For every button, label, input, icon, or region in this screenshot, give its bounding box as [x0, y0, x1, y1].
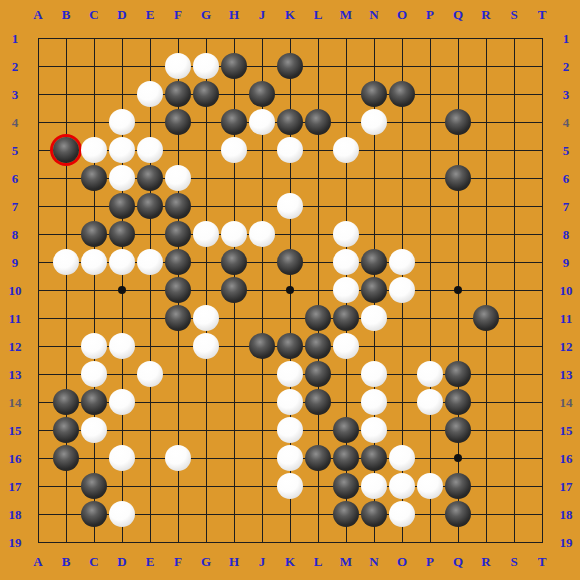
row-label-14: 14 [560, 396, 573, 409]
row-label-17: 17 [560, 480, 573, 493]
column-label-M: M [340, 8, 352, 21]
white-stone-F2[interactable] [165, 53, 191, 79]
column-label-T: T [538, 8, 547, 21]
black-stone-H10[interactable] [221, 277, 247, 303]
white-stone-N13[interactable] [361, 361, 387, 387]
row-label-15: 15 [9, 424, 22, 437]
white-stone-N17[interactable] [361, 473, 387, 499]
white-stone-G11[interactable] [193, 305, 219, 331]
column-label-O: O [397, 555, 407, 568]
black-stone-N10[interactable] [361, 277, 387, 303]
white-stone-C12[interactable] [81, 333, 107, 359]
column-label-H: H [229, 555, 239, 568]
white-stone-C13[interactable] [81, 361, 107, 387]
column-label-L: L [314, 8, 323, 21]
white-stone-C15[interactable] [81, 417, 107, 443]
black-stone-N18[interactable] [361, 501, 387, 527]
column-label-Q: Q [453, 8, 463, 21]
white-stone-O17[interactable] [389, 473, 415, 499]
row-label-16: 16 [9, 452, 22, 465]
row-label-4: 4 [12, 116, 19, 129]
black-stone-B5[interactable] [53, 137, 79, 163]
black-stone-C14[interactable] [81, 389, 107, 415]
white-stone-C5[interactable] [81, 137, 107, 163]
black-stone-Q4[interactable] [445, 109, 471, 135]
white-stone-M12[interactable] [333, 333, 359, 359]
row-label-3: 3 [12, 88, 19, 101]
row-label-5: 5 [563, 144, 570, 157]
white-stone-D9[interactable] [109, 249, 135, 275]
black-stone-R11[interactable] [473, 305, 499, 331]
black-stone-E6[interactable] [137, 165, 163, 191]
black-stone-L4[interactable] [305, 109, 331, 135]
white-stone-K5[interactable] [277, 137, 303, 163]
column-label-S: S [510, 555, 517, 568]
row-label-10: 10 [9, 284, 22, 297]
column-label-Q: Q [453, 555, 463, 568]
white-stone-D4[interactable] [109, 109, 135, 135]
white-stone-O9[interactable] [389, 249, 415, 275]
white-stone-E5[interactable] [137, 137, 163, 163]
row-label-9: 9 [12, 256, 19, 269]
column-label-J: J [259, 8, 266, 21]
hoshi-K10 [286, 286, 294, 294]
column-label-A: A [33, 8, 42, 21]
row-label-12: 12 [9, 340, 22, 353]
black-stone-F7[interactable] [165, 193, 191, 219]
black-stone-J12[interactable] [249, 333, 275, 359]
row-label-14: 14 [9, 396, 22, 409]
row-label-17: 17 [9, 480, 22, 493]
column-label-D: D [117, 8, 126, 21]
white-stone-D5[interactable] [109, 137, 135, 163]
black-stone-K12[interactable] [277, 333, 303, 359]
row-label-10: 10 [560, 284, 573, 297]
black-stone-L11[interactable] [305, 305, 331, 331]
white-stone-N11[interactable] [361, 305, 387, 331]
white-stone-K17[interactable] [277, 473, 303, 499]
white-stone-K15[interactable] [277, 417, 303, 443]
column-label-N: N [369, 8, 378, 21]
white-stone-H8[interactable] [221, 221, 247, 247]
white-stone-D12[interactable] [109, 333, 135, 359]
row-label-7: 7 [12, 200, 19, 213]
white-stone-F6[interactable] [165, 165, 191, 191]
black-stone-D7[interactable] [109, 193, 135, 219]
row-label-15: 15 [560, 424, 573, 437]
column-label-E: E [146, 555, 155, 568]
black-stone-B14[interactable] [53, 389, 79, 415]
black-stone-M16[interactable] [333, 445, 359, 471]
white-stone-B9[interactable] [53, 249, 79, 275]
black-stone-E7[interactable] [137, 193, 163, 219]
white-stone-N15[interactable] [361, 417, 387, 443]
white-stone-O16[interactable] [389, 445, 415, 471]
black-stone-Q13[interactable] [445, 361, 471, 387]
column-label-P: P [426, 8, 434, 21]
row-label-5: 5 [12, 144, 19, 157]
black-stone-C6[interactable] [81, 165, 107, 191]
column-label-M: M [340, 555, 352, 568]
row-label-2: 2 [12, 60, 19, 73]
column-label-C: C [89, 555, 98, 568]
row-label-12: 12 [560, 340, 573, 353]
black-stone-B15[interactable] [53, 417, 79, 443]
white-stone-G12[interactable] [193, 333, 219, 359]
black-stone-Q17[interactable] [445, 473, 471, 499]
white-stone-P17[interactable] [417, 473, 443, 499]
white-stone-K7[interactable] [277, 193, 303, 219]
hoshi-Q10 [454, 286, 462, 294]
column-label-F: F [174, 8, 182, 21]
black-stone-Q15[interactable] [445, 417, 471, 443]
column-label-P: P [426, 555, 434, 568]
black-stone-H4[interactable] [221, 109, 247, 135]
white-stone-P14[interactable] [417, 389, 443, 415]
column-label-L: L [314, 555, 323, 568]
white-stone-C9[interactable] [81, 249, 107, 275]
black-stone-O3[interactable] [389, 81, 415, 107]
black-stone-K2[interactable] [277, 53, 303, 79]
white-stone-M9[interactable] [333, 249, 359, 275]
column-label-J: J [259, 555, 266, 568]
column-label-H: H [229, 8, 239, 21]
black-stone-C18[interactable] [81, 501, 107, 527]
row-label-11: 11 [560, 312, 572, 325]
white-stone-G8[interactable] [193, 221, 219, 247]
black-stone-H2[interactable] [221, 53, 247, 79]
white-stone-F16[interactable] [165, 445, 191, 471]
row-label-8: 8 [563, 228, 570, 241]
hoshi-D10 [118, 286, 126, 294]
column-label-T: T [538, 555, 547, 568]
black-stone-F4[interactable] [165, 109, 191, 135]
black-stone-M15[interactable] [333, 417, 359, 443]
column-label-D: D [117, 555, 126, 568]
black-stone-K9[interactable] [277, 249, 303, 275]
white-stone-O18[interactable] [389, 501, 415, 527]
white-stone-E3[interactable] [137, 81, 163, 107]
black-stone-Q6[interactable] [445, 165, 471, 191]
white-stone-J8[interactable] [249, 221, 275, 247]
column-label-K: K [285, 8, 295, 21]
black-stone-F3[interactable] [165, 81, 191, 107]
row-label-18: 18 [9, 508, 22, 521]
black-stone-Q14[interactable] [445, 389, 471, 415]
white-stone-M5[interactable] [333, 137, 359, 163]
white-stone-D18[interactable] [109, 501, 135, 527]
white-stone-M8[interactable] [333, 221, 359, 247]
row-label-7: 7 [563, 200, 570, 213]
black-stone-L14[interactable] [305, 389, 331, 415]
column-label-G: G [201, 555, 211, 568]
black-stone-H9[interactable] [221, 249, 247, 275]
row-label-13: 13 [560, 368, 573, 381]
white-stone-D16[interactable] [109, 445, 135, 471]
black-stone-F10[interactable] [165, 277, 191, 303]
row-label-8: 8 [12, 228, 19, 241]
black-stone-C8[interactable] [81, 221, 107, 247]
black-stone-K4[interactable] [277, 109, 303, 135]
black-stone-F8[interactable] [165, 221, 191, 247]
black-stone-M18[interactable] [333, 501, 359, 527]
column-label-R: R [481, 8, 490, 21]
row-label-11: 11 [9, 312, 21, 325]
column-label-F: F [174, 555, 182, 568]
black-stone-D8[interactable] [109, 221, 135, 247]
column-label-G: G [201, 8, 211, 21]
row-label-16: 16 [560, 452, 573, 465]
column-label-N: N [369, 555, 378, 568]
column-label-B: B [62, 555, 71, 568]
row-label-6: 6 [563, 172, 570, 185]
black-stone-M11[interactable] [333, 305, 359, 331]
row-label-19: 19 [560, 536, 573, 549]
white-stone-K14[interactable] [277, 389, 303, 415]
column-label-C: C [89, 8, 98, 21]
black-stone-M17[interactable] [333, 473, 359, 499]
row-label-1: 1 [563, 32, 570, 45]
black-stone-L16[interactable] [305, 445, 331, 471]
row-label-1: 1 [12, 32, 19, 45]
black-stone-N16[interactable] [361, 445, 387, 471]
row-label-9: 9 [563, 256, 570, 269]
row-label-3: 3 [563, 88, 570, 101]
black-stone-L13[interactable] [305, 361, 331, 387]
column-label-K: K [285, 555, 295, 568]
column-label-R: R [481, 555, 490, 568]
black-stone-N3[interactable] [361, 81, 387, 107]
white-stone-D14[interactable] [109, 389, 135, 415]
row-label-13: 13 [9, 368, 22, 381]
white-stone-O10[interactable] [389, 277, 415, 303]
row-label-2: 2 [563, 60, 570, 73]
hoshi-Q16 [454, 454, 462, 462]
column-label-B: B [62, 8, 71, 21]
row-label-4: 4 [563, 116, 570, 129]
black-stone-Q18[interactable] [445, 501, 471, 527]
row-label-18: 18 [560, 508, 573, 521]
black-stone-F9[interactable] [165, 249, 191, 275]
row-label-6: 6 [12, 172, 19, 185]
white-stone-J4[interactable] [249, 109, 275, 135]
white-stone-M10[interactable] [333, 277, 359, 303]
white-stone-N14[interactable] [361, 389, 387, 415]
column-label-E: E [146, 8, 155, 21]
white-stone-P13[interactable] [417, 361, 443, 387]
white-stone-D6[interactable] [109, 165, 135, 191]
white-stone-K16[interactable] [277, 445, 303, 471]
white-stone-H5[interactable] [221, 137, 247, 163]
black-stone-L12[interactable] [305, 333, 331, 359]
white-stone-K13[interactable] [277, 361, 303, 387]
black-stone-G3[interactable] [193, 81, 219, 107]
black-stone-C17[interactable] [81, 473, 107, 499]
black-stone-F11[interactable] [165, 305, 191, 331]
column-label-S: S [510, 8, 517, 21]
column-label-A: A [33, 555, 42, 568]
go-board[interactable]: AABBCCDDEEFFGGHHJJKKLLMMNNOOPPQQRRSSTT11… [0, 0, 580, 580]
white-stone-N4[interactable] [361, 109, 387, 135]
white-stone-G2[interactable] [193, 53, 219, 79]
black-stone-B16[interactable] [53, 445, 79, 471]
white-stone-E9[interactable] [137, 249, 163, 275]
white-stone-E13[interactable] [137, 361, 163, 387]
row-label-19: 19 [9, 536, 22, 549]
column-label-O: O [397, 8, 407, 21]
black-stone-J3[interactable] [249, 81, 275, 107]
black-stone-N9[interactable] [361, 249, 387, 275]
